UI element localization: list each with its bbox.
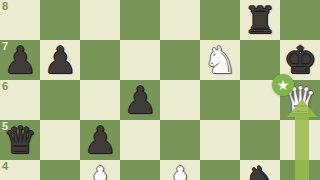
square-c6[interactable] — [80, 80, 120, 120]
square-b7[interactable]: ♟ — [40, 40, 80, 80]
square-g4[interactable]: ♞ — [240, 160, 280, 180]
square-g7[interactable] — [240, 40, 280, 80]
square-e8[interactable] — [160, 0, 200, 40]
square-d5[interactable] — [120, 120, 160, 160]
square-a7[interactable]: 7♟ — [0, 40, 40, 80]
square-b4[interactable] — [40, 160, 80, 180]
rank-label-6: 6 — [2, 80, 8, 93]
square-a4[interactable]: 4 — [0, 160, 40, 180]
black-rook-g8[interactable]: ♜ — [240, 0, 280, 40]
square-b6[interactable] — [40, 80, 80, 120]
white-pawn-c4[interactable]: ♟ — [80, 160, 120, 180]
square-e5[interactable] — [160, 120, 200, 160]
square-g8[interactable]: ♜ — [240, 0, 280, 40]
square-a8[interactable]: 8 — [0, 0, 40, 40]
star-icon: ★ — [277, 78, 290, 92]
square-e6[interactable] — [160, 80, 200, 120]
white-knight-f7[interactable]: ♞ — [200, 40, 240, 80]
square-f6[interactable] — [200, 80, 240, 120]
square-c4[interactable]: ♟ — [80, 160, 120, 180]
square-c5[interactable]: ♟ — [80, 120, 120, 160]
square-a6[interactable]: 6 — [0, 80, 40, 120]
square-d6[interactable]: ♟ — [120, 80, 160, 120]
square-d7[interactable] — [120, 40, 160, 80]
square-d4[interactable] — [120, 160, 160, 180]
black-pawn-b7[interactable]: ♟ — [40, 40, 80, 80]
move-arrow-shaft — [295, 116, 309, 180]
square-c7[interactable] — [80, 40, 120, 80]
move-arrow-head-icon — [287, 99, 317, 117]
square-h8[interactable] — [280, 0, 320, 40]
black-queen-a5[interactable]: ♛ — [0, 120, 40, 160]
square-f7[interactable]: ♞ — [200, 40, 240, 80]
best-move-star-badge: ★ — [272, 74, 294, 96]
square-e4[interactable]: ♟ — [160, 160, 200, 180]
square-g5[interactable] — [240, 120, 280, 160]
square-a5[interactable]: 5♛ — [0, 120, 40, 160]
square-f5[interactable] — [200, 120, 240, 160]
square-b5[interactable] — [40, 120, 80, 160]
square-f8[interactable] — [200, 0, 240, 40]
black-pawn-c5[interactable]: ♟ — [80, 120, 120, 160]
square-b8[interactable] — [40, 0, 80, 40]
square-c8[interactable] — [80, 0, 120, 40]
chess-board: 8♜7♟♟♞♚6♟♛5♛♟4♟♟♞ — [0, 0, 320, 180]
rank-label-8: 8 — [2, 0, 8, 13]
square-d8[interactable] — [120, 0, 160, 40]
white-pawn-e4[interactable]: ♟ — [160, 160, 200, 180]
black-knight-g4[interactable]: ♞ — [240, 160, 280, 180]
black-pawn-d6[interactable]: ♟ — [120, 80, 160, 120]
rank-label-4: 4 — [2, 160, 8, 173]
chess-board-viewport: 8♜7♟♟♞♚6♟♛5♛♟4♟♟♞ ★ — [0, 0, 320, 180]
black-pawn-a7[interactable]: ♟ — [0, 40, 40, 80]
square-f4[interactable] — [200, 160, 240, 180]
square-e7[interactable] — [160, 40, 200, 80]
